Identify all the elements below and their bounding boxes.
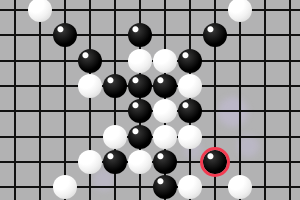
white-stone[interactable] [178, 175, 202, 199]
board-smudge [218, 97, 248, 127]
black-stone[interactable] [128, 99, 152, 123]
black-stone[interactable] [153, 74, 177, 98]
white-stone[interactable] [153, 49, 177, 73]
black-stone[interactable] [78, 49, 102, 73]
black-stone[interactable] [203, 23, 227, 47]
black-stone[interactable] [103, 74, 127, 98]
black-stone[interactable] [128, 74, 152, 98]
black-stone[interactable] [153, 175, 177, 199]
white-stone[interactable] [153, 99, 177, 123]
white-stone[interactable] [178, 74, 202, 98]
white-stone[interactable] [228, 0, 252, 22]
white-stone[interactable] [78, 150, 102, 174]
grid-vertical-line [239, 0, 241, 200]
white-stone[interactable] [103, 125, 127, 149]
black-stone[interactable] [153, 150, 177, 174]
grid-vertical-line [39, 0, 41, 200]
black-stone[interactable] [103, 150, 127, 174]
grid-horizontal-line [0, 186, 300, 188]
white-stone[interactable] [153, 125, 177, 149]
black-stone[interactable] [128, 23, 152, 47]
white-stone[interactable] [28, 0, 52, 22]
white-stone[interactable] [228, 175, 252, 199]
black-stone[interactable] [128, 125, 152, 149]
black-stone[interactable] [178, 49, 202, 73]
grid-vertical-line [14, 0, 16, 200]
gomoku-board[interactable] [0, 0, 300, 200]
white-stone[interactable] [128, 150, 152, 174]
black-stone[interactable] [53, 23, 77, 47]
black-stone[interactable] [178, 99, 202, 123]
white-stone[interactable] [53, 175, 77, 199]
white-stone[interactable] [78, 74, 102, 98]
board-smudge [237, 135, 259, 157]
black-stone[interactable] [203, 150, 227, 174]
white-stone[interactable] [178, 125, 202, 149]
white-stone[interactable] [128, 49, 152, 73]
grid-vertical-line [264, 0, 266, 200]
grid-vertical-line [289, 0, 291, 200]
